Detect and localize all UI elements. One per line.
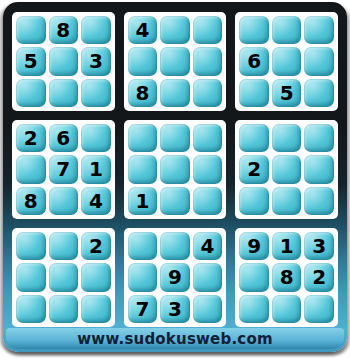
sudoku-cell[interactable] (16, 155, 46, 183)
sudoku-cell[interactable] (81, 295, 111, 323)
sudoku-cell[interactable] (160, 124, 190, 152)
sudoku-cell[interactable] (49, 295, 79, 323)
sudoku-cell[interactable] (49, 79, 79, 107)
sudoku-cell[interactable] (272, 187, 302, 215)
sudoku-block: 853 (12, 12, 115, 111)
sudoku-cell[interactable]: 6 (239, 47, 269, 75)
sudoku-cell[interactable] (304, 79, 334, 107)
sudoku-cell[interactable]: 2 (304, 263, 334, 291)
sudoku-cell[interactable]: 4 (81, 187, 111, 215)
sudoku-cell[interactable] (239, 79, 269, 107)
sudoku-cell[interactable] (16, 263, 46, 291)
sudoku-cell[interactable]: 1 (81, 155, 111, 183)
sudoku-cell[interactable] (49, 263, 79, 291)
sudoku-cell[interactable]: 1 (272, 232, 302, 260)
sudoku-grid: 8534865267184122497391382 (12, 12, 338, 327)
sudoku-cell[interactable] (160, 232, 190, 260)
sudoku-cell[interactable] (128, 155, 158, 183)
sudoku-cell[interactable] (49, 47, 79, 75)
sudoku-cell[interactable]: 9 (160, 263, 190, 291)
sudoku-cell[interactable] (304, 124, 334, 152)
sudoku-cell[interactable] (239, 263, 269, 291)
sudoku-cell[interactable] (272, 16, 302, 44)
sudoku-cell[interactable]: 2 (81, 232, 111, 260)
sudoku-cell[interactable] (193, 47, 223, 75)
sudoku-cell[interactable] (160, 155, 190, 183)
sudoku-cell[interactable] (272, 155, 302, 183)
sudoku-cell[interactable] (81, 124, 111, 152)
sudoku-cell[interactable] (239, 16, 269, 44)
sudoku-cell[interactable] (193, 295, 223, 323)
sudoku-cell[interactable] (193, 263, 223, 291)
sudoku-cell[interactable]: 7 (128, 295, 158, 323)
sudoku-block: 65 (235, 12, 338, 111)
sudoku-cell[interactable] (128, 263, 158, 291)
sudoku-board: 8534865267184122497391382 www.sudokusweb… (3, 2, 347, 352)
sudoku-block: 4973 (124, 228, 227, 327)
sudoku-cell[interactable] (304, 295, 334, 323)
sudoku-cell[interactable] (160, 16, 190, 44)
sudoku-cell[interactable] (160, 47, 190, 75)
sudoku-cell[interactable] (16, 232, 46, 260)
website-url: www.sudokusweb.com (77, 330, 272, 348)
sudoku-cell[interactable]: 2 (16, 124, 46, 152)
sudoku-block: 1 (124, 120, 227, 219)
sudoku-cell[interactable]: 9 (239, 232, 269, 260)
sudoku-cell[interactable] (304, 16, 334, 44)
sudoku-cell[interactable]: 7 (49, 155, 79, 183)
sudoku-cell[interactable]: 8 (49, 16, 79, 44)
sudoku-cell[interactable] (193, 79, 223, 107)
sudoku-cell[interactable] (128, 232, 158, 260)
sudoku-cell[interactable]: 5 (16, 47, 46, 75)
sudoku-cell[interactable] (81, 263, 111, 291)
sudoku-cell[interactable] (81, 16, 111, 44)
sudoku-cell[interactable] (16, 295, 46, 323)
sudoku-cell[interactable]: 1 (128, 187, 158, 215)
sudoku-cell[interactable] (239, 124, 269, 152)
sudoku-cell[interactable] (239, 295, 269, 323)
sudoku-cell[interactable] (81, 79, 111, 107)
sudoku-cell[interactable] (304, 47, 334, 75)
sudoku-cell[interactable] (304, 155, 334, 183)
sudoku-cell[interactable]: 3 (81, 47, 111, 75)
sudoku-cell[interactable] (193, 16, 223, 44)
sudoku-cell[interactable] (128, 47, 158, 75)
sudoku-cell[interactable]: 2 (239, 155, 269, 183)
sudoku-cell[interactable]: 8 (16, 187, 46, 215)
sudoku-cell[interactable]: 4 (193, 232, 223, 260)
sudoku-cell[interactable] (16, 79, 46, 107)
sudoku-block: 2 (235, 120, 338, 219)
sudoku-block: 91382 (235, 228, 338, 327)
sudoku-cell[interactable] (128, 124, 158, 152)
sudoku-cell[interactable] (49, 187, 79, 215)
sudoku-cell[interactable] (272, 295, 302, 323)
sudoku-cell[interactable] (160, 187, 190, 215)
sudoku-cell[interactable] (193, 187, 223, 215)
sudoku-cell[interactable]: 3 (160, 295, 190, 323)
sudoku-cell[interactable] (49, 232, 79, 260)
sudoku-cell[interactable]: 3 (304, 232, 334, 260)
sudoku-cell[interactable]: 4 (128, 16, 158, 44)
sudoku-cell[interactable]: 6 (49, 124, 79, 152)
sudoku-cell[interactable] (193, 124, 223, 152)
sudoku-block: 2 (12, 228, 115, 327)
sudoku-cell[interactable] (272, 47, 302, 75)
sudoku-cell[interactable] (160, 79, 190, 107)
sudoku-cell[interactable] (239, 187, 269, 215)
sudoku-cell[interactable] (272, 124, 302, 152)
sudoku-cell[interactable]: 8 (128, 79, 158, 107)
footer-bar: www.sudokusweb.com (6, 328, 344, 349)
sudoku-cell[interactable] (304, 187, 334, 215)
sudoku-cell[interactable] (16, 16, 46, 44)
sudoku-cell[interactable]: 8 (272, 263, 302, 291)
sudoku-block: 267184 (12, 120, 115, 219)
sudoku-cell[interactable]: 5 (272, 79, 302, 107)
sudoku-block: 48 (124, 12, 227, 111)
sudoku-cell[interactable] (193, 155, 223, 183)
